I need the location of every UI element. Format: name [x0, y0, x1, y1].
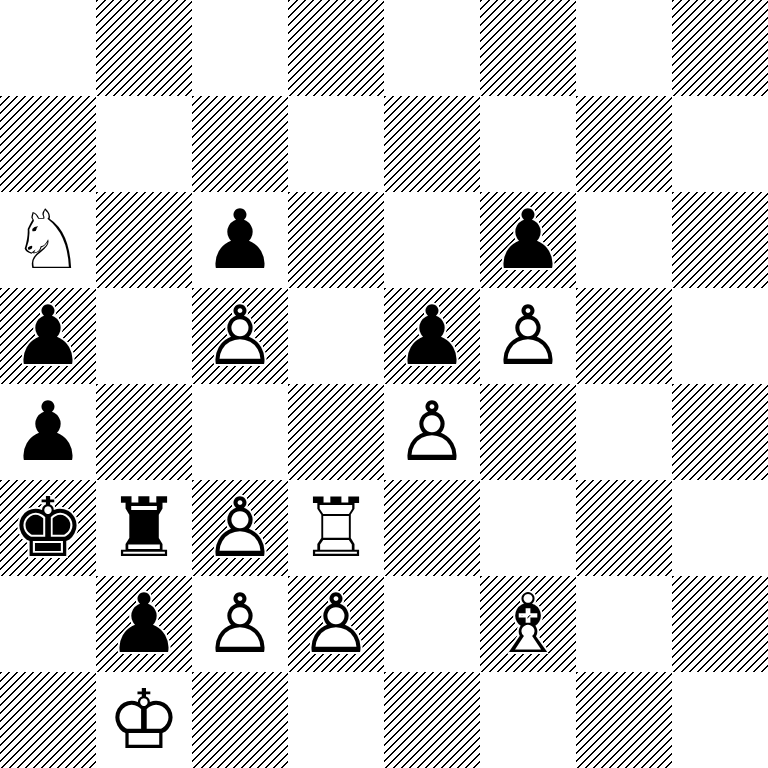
piece-white-pawn: ♙	[480, 288, 576, 384]
square-c3[interactable]: ♟♙	[192, 480, 288, 576]
square-c4[interactable]	[192, 384, 288, 480]
square-h2[interactable]	[672, 576, 768, 672]
square-f6[interactable]: ♟♟	[480, 192, 576, 288]
piece-white-pawn-halo: ♟	[192, 480, 288, 576]
square-g3[interactable]	[576, 480, 672, 576]
piece-black-pawn-halo: ♟	[192, 192, 288, 288]
square-f2[interactable]: ♝♗	[480, 576, 576, 672]
square-h8[interactable]	[672, 0, 768, 96]
square-b1[interactable]: ♚♔	[96, 672, 192, 768]
square-b6[interactable]	[96, 192, 192, 288]
piece-black-pawn: ♟	[384, 288, 480, 384]
square-f8[interactable]	[480, 0, 576, 96]
square-c7[interactable]	[192, 96, 288, 192]
piece-white-king-halo: ♚	[96, 672, 192, 768]
square-b5[interactable]	[96, 288, 192, 384]
square-b3[interactable]: ♜♜	[96, 480, 192, 576]
square-h3[interactable]	[672, 480, 768, 576]
piece-black-pawn: ♟	[192, 192, 288, 288]
piece-black-king: ♚	[0, 480, 96, 576]
square-f7[interactable]	[480, 96, 576, 192]
chess-board: ♞♘♟♟♟♟♟♟♟♙♟♟♟♙♟♟♟♙♚♚♜♜♟♙♜♖♟♟♟♙♟♙♝♗♚♔	[0, 0, 768, 768]
piece-black-pawn: ♟	[0, 384, 96, 480]
square-e3[interactable]	[384, 480, 480, 576]
square-h1[interactable]	[672, 672, 768, 768]
square-a7[interactable]	[0, 96, 96, 192]
piece-black-rook: ♜	[96, 480, 192, 576]
square-a4[interactable]: ♟♟	[0, 384, 96, 480]
piece-white-pawn: ♙	[192, 288, 288, 384]
square-e1[interactable]	[384, 672, 480, 768]
square-f3[interactable]	[480, 480, 576, 576]
piece-white-pawn: ♙	[192, 576, 288, 672]
square-d4[interactable]	[288, 384, 384, 480]
square-e5[interactable]: ♟♟	[384, 288, 480, 384]
piece-black-pawn-halo: ♟	[0, 384, 96, 480]
piece-white-pawn: ♙	[192, 480, 288, 576]
square-c2[interactable]: ♟♙	[192, 576, 288, 672]
square-g1[interactable]	[576, 672, 672, 768]
piece-black-pawn-halo: ♟	[0, 288, 96, 384]
square-f1[interactable]	[480, 672, 576, 768]
square-a8[interactable]	[0, 0, 96, 96]
square-a2[interactable]	[0, 576, 96, 672]
square-g4[interactable]	[576, 384, 672, 480]
square-d6[interactable]	[288, 192, 384, 288]
piece-white-pawn-halo: ♟	[480, 288, 576, 384]
piece-white-pawn-halo: ♟	[384, 384, 480, 480]
square-g8[interactable]	[576, 0, 672, 96]
square-a3[interactable]: ♚♚	[0, 480, 96, 576]
piece-white-rook-halo: ♜	[288, 480, 384, 576]
square-a1[interactable]	[0, 672, 96, 768]
piece-white-pawn: ♙	[384, 384, 480, 480]
square-d2[interactable]: ♟♙	[288, 576, 384, 672]
square-b4[interactable]	[96, 384, 192, 480]
square-h6[interactable]	[672, 192, 768, 288]
square-d8[interactable]	[288, 0, 384, 96]
square-e6[interactable]	[384, 192, 480, 288]
square-b8[interactable]	[96, 0, 192, 96]
square-b7[interactable]	[96, 96, 192, 192]
square-e8[interactable]	[384, 0, 480, 96]
square-d5[interactable]	[288, 288, 384, 384]
piece-white-king: ♔	[96, 672, 192, 768]
piece-black-pawn-halo: ♟	[96, 576, 192, 672]
square-b2[interactable]: ♟♟	[96, 576, 192, 672]
square-a5[interactable]: ♟♟	[0, 288, 96, 384]
piece-black-rook-halo: ♜	[96, 480, 192, 576]
piece-white-knight-halo: ♞	[0, 192, 96, 288]
square-h7[interactable]	[672, 96, 768, 192]
piece-black-pawn: ♟	[96, 576, 192, 672]
piece-white-pawn-halo: ♟	[192, 288, 288, 384]
square-d7[interactable]	[288, 96, 384, 192]
square-c6[interactable]: ♟♟	[192, 192, 288, 288]
square-c5[interactable]: ♟♙	[192, 288, 288, 384]
square-h5[interactable]	[672, 288, 768, 384]
piece-white-pawn-halo: ♟	[192, 576, 288, 672]
piece-black-pawn: ♟	[480, 192, 576, 288]
square-g7[interactable]	[576, 96, 672, 192]
square-c1[interactable]	[192, 672, 288, 768]
piece-black-pawn: ♟	[0, 288, 96, 384]
square-e4[interactable]: ♟♙	[384, 384, 480, 480]
square-e2[interactable]	[384, 576, 480, 672]
square-g2[interactable]	[576, 576, 672, 672]
square-e7[interactable]	[384, 96, 480, 192]
piece-white-pawn-halo: ♟	[288, 576, 384, 672]
piece-white-pawn: ♙	[288, 576, 384, 672]
square-g6[interactable]	[576, 192, 672, 288]
square-c8[interactable]	[192, 0, 288, 96]
square-f4[interactable]	[480, 384, 576, 480]
square-h4[interactable]	[672, 384, 768, 480]
piece-white-knight: ♘	[0, 192, 96, 288]
piece-black-pawn-halo: ♟	[384, 288, 480, 384]
square-g5[interactable]	[576, 288, 672, 384]
piece-white-rook: ♖	[288, 480, 384, 576]
piece-white-bishop: ♗	[480, 576, 576, 672]
square-d1[interactable]	[288, 672, 384, 768]
square-f5[interactable]: ♟♙	[480, 288, 576, 384]
square-a6[interactable]: ♞♘	[0, 192, 96, 288]
piece-black-pawn-halo: ♟	[480, 192, 576, 288]
piece-white-bishop-halo: ♝	[480, 576, 576, 672]
square-d3[interactable]: ♜♖	[288, 480, 384, 576]
piece-black-king-halo: ♚	[0, 480, 96, 576]
